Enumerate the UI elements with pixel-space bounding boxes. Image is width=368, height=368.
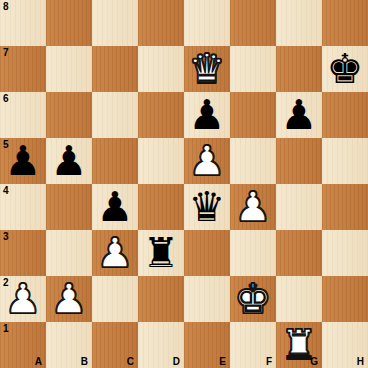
square-f5[interactable] [230, 138, 276, 184]
square-c3[interactable]: ♟ [92, 230, 138, 276]
piece-white-rook-g1: ♜ [281, 322, 318, 368]
piece-black-queen-e4: ♛ [189, 184, 226, 230]
piece-black-pawn-a5: ♟ [5, 138, 42, 184]
square-f4[interactable]: ♟ [230, 184, 276, 230]
square-e3[interactable] [184, 230, 230, 276]
square-d3[interactable]: ♜ [138, 230, 184, 276]
rank-label-1: 1 [3, 323, 9, 334]
square-b8[interactable] [46, 0, 92, 46]
square-e8[interactable] [184, 0, 230, 46]
piece-white-pawn-f4: ♟ [235, 184, 272, 230]
rank-label-2: 2 [3, 277, 9, 288]
square-c6[interactable] [92, 92, 138, 138]
square-f3[interactable] [230, 230, 276, 276]
piece-black-king-h7: ♚ [327, 46, 364, 92]
square-b4[interactable] [46, 184, 92, 230]
square-c4[interactable]: ♟ [92, 184, 138, 230]
file-label-a: A [35, 356, 42, 367]
square-a3[interactable]: 3 [0, 230, 46, 276]
piece-white-pawn-a2: ♟ [5, 276, 42, 322]
square-a2[interactable]: 2♟ [0, 276, 46, 322]
piece-white-queen-e7: ♛ [189, 46, 226, 92]
square-h7[interactable]: ♚ [322, 46, 368, 92]
square-h3[interactable] [322, 230, 368, 276]
square-e7[interactable]: ♛ [184, 46, 230, 92]
square-g6[interactable]: ♟ [276, 92, 322, 138]
square-g4[interactable] [276, 184, 322, 230]
board-grid: 87♛♚6♟♟5♟♟♟4♟♛♟3♟♜2♟♟♚1ABCDEFG♜H [0, 0, 368, 368]
square-b5[interactable]: ♟ [46, 138, 92, 184]
square-g2[interactable] [276, 276, 322, 322]
piece-black-pawn-c4: ♟ [97, 184, 134, 230]
square-e4[interactable]: ♛ [184, 184, 230, 230]
rank-label-6: 6 [3, 93, 9, 104]
square-h1[interactable]: H [322, 322, 368, 368]
square-d2[interactable] [138, 276, 184, 322]
square-h8[interactable] [322, 0, 368, 46]
square-f8[interactable] [230, 0, 276, 46]
file-label-h: H [357, 356, 364, 367]
square-f1[interactable]: F [230, 322, 276, 368]
square-c1[interactable]: C [92, 322, 138, 368]
piece-black-pawn-g6: ♟ [281, 92, 318, 138]
square-d8[interactable] [138, 0, 184, 46]
rank-label-5: 5 [3, 139, 9, 150]
square-g8[interactable] [276, 0, 322, 46]
square-h4[interactable] [322, 184, 368, 230]
square-g1[interactable]: G♜ [276, 322, 322, 368]
square-g7[interactable] [276, 46, 322, 92]
piece-white-pawn-c3: ♟ [97, 230, 134, 276]
piece-black-pawn-b5: ♟ [51, 138, 88, 184]
square-c8[interactable] [92, 0, 138, 46]
square-c7[interactable] [92, 46, 138, 92]
square-d6[interactable] [138, 92, 184, 138]
square-g3[interactable] [276, 230, 322, 276]
square-a6[interactable]: 6 [0, 92, 46, 138]
square-h6[interactable] [322, 92, 368, 138]
square-b7[interactable] [46, 46, 92, 92]
square-c2[interactable] [92, 276, 138, 322]
piece-white-pawn-b2: ♟ [51, 276, 88, 322]
square-e5[interactable]: ♟ [184, 138, 230, 184]
rank-label-4: 4 [3, 185, 9, 196]
square-h2[interactable] [322, 276, 368, 322]
square-a5[interactable]: 5♟ [0, 138, 46, 184]
square-b2[interactable]: ♟ [46, 276, 92, 322]
chess-board: 87♛♚6♟♟5♟♟♟4♟♛♟3♟♜2♟♟♚1ABCDEFG♜H [0, 0, 368, 368]
square-f6[interactable] [230, 92, 276, 138]
square-a7[interactable]: 7 [0, 46, 46, 92]
square-a1[interactable]: 1A [0, 322, 46, 368]
file-label-f: F [266, 356, 272, 367]
piece-white-king-f2: ♚ [235, 276, 272, 322]
square-d7[interactable] [138, 46, 184, 92]
piece-white-pawn-e5: ♟ [189, 138, 226, 184]
square-b3[interactable] [46, 230, 92, 276]
rank-label-3: 3 [3, 231, 9, 242]
square-d1[interactable]: D [138, 322, 184, 368]
file-label-e: E [219, 356, 226, 367]
square-f7[interactable] [230, 46, 276, 92]
square-e6[interactable]: ♟ [184, 92, 230, 138]
piece-black-rook-d3: ♜ [143, 230, 180, 276]
square-a8[interactable]: 8 [0, 0, 46, 46]
square-b6[interactable] [46, 92, 92, 138]
square-e2[interactable] [184, 276, 230, 322]
square-c5[interactable] [92, 138, 138, 184]
square-e1[interactable]: E [184, 322, 230, 368]
file-label-g: G [310, 356, 318, 367]
file-label-d: D [173, 356, 180, 367]
file-label-b: B [81, 356, 88, 367]
square-g5[interactable] [276, 138, 322, 184]
square-b1[interactable]: B [46, 322, 92, 368]
square-a4[interactable]: 4 [0, 184, 46, 230]
file-label-c: C [127, 356, 134, 367]
rank-label-7: 7 [3, 47, 9, 58]
square-f2[interactable]: ♚ [230, 276, 276, 322]
square-d4[interactable] [138, 184, 184, 230]
square-d5[interactable] [138, 138, 184, 184]
piece-black-pawn-e6: ♟ [189, 92, 226, 138]
square-h5[interactable] [322, 138, 368, 184]
rank-label-8: 8 [3, 1, 9, 12]
